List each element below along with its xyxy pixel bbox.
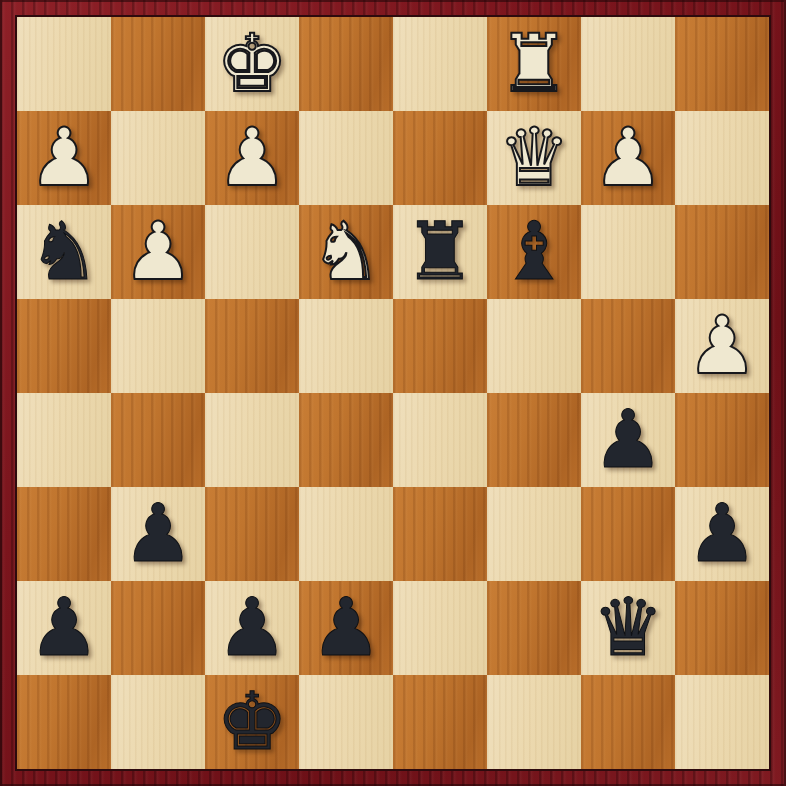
square-a1[interactable] xyxy=(17,675,111,769)
square-d6[interactable]: ♞ xyxy=(299,205,393,299)
square-g8[interactable] xyxy=(581,17,675,111)
square-d2[interactable]: ♟ xyxy=(299,581,393,675)
black-pawn[interactable]: ♟ xyxy=(686,487,758,581)
square-d7[interactable] xyxy=(299,111,393,205)
black-king[interactable]: ♚ xyxy=(216,675,288,769)
square-c3[interactable] xyxy=(205,487,299,581)
chess-board: ♚♜♟♟♛♟♞♟♞♜♝♟♟♟♟♟♟♟♛♚ xyxy=(15,15,771,771)
white-pawn[interactable]: ♟ xyxy=(686,299,758,393)
white-knight[interactable]: ♞ xyxy=(310,205,382,299)
square-h6[interactable] xyxy=(675,205,769,299)
square-a6[interactable]: ♞ xyxy=(17,205,111,299)
white-pawn[interactable]: ♟ xyxy=(592,111,664,205)
square-h7[interactable] xyxy=(675,111,769,205)
black-bishop[interactable]: ♝ xyxy=(498,205,570,299)
square-h5[interactable]: ♟ xyxy=(675,299,769,393)
square-f4[interactable] xyxy=(487,393,581,487)
square-f7[interactable]: ♛ xyxy=(487,111,581,205)
square-a2[interactable]: ♟ xyxy=(17,581,111,675)
square-c4[interactable] xyxy=(205,393,299,487)
square-c2[interactable]: ♟ xyxy=(205,581,299,675)
square-f2[interactable] xyxy=(487,581,581,675)
square-g5[interactable] xyxy=(581,299,675,393)
black-pawn[interactable]: ♟ xyxy=(28,581,100,675)
square-d4[interactable] xyxy=(299,393,393,487)
black-queen[interactable]: ♛ xyxy=(592,581,664,675)
square-a7[interactable]: ♟ xyxy=(17,111,111,205)
square-e2[interactable] xyxy=(393,581,487,675)
square-b7[interactable] xyxy=(111,111,205,205)
square-b8[interactable] xyxy=(111,17,205,111)
square-c5[interactable] xyxy=(205,299,299,393)
black-pawn[interactable]: ♟ xyxy=(122,487,194,581)
square-c8[interactable]: ♚ xyxy=(205,17,299,111)
square-d1[interactable] xyxy=(299,675,393,769)
square-d8[interactable] xyxy=(299,17,393,111)
square-f8[interactable]: ♜ xyxy=(487,17,581,111)
square-b5[interactable] xyxy=(111,299,205,393)
square-f5[interactable] xyxy=(487,299,581,393)
black-pawn[interactable]: ♟ xyxy=(310,581,382,675)
square-h1[interactable] xyxy=(675,675,769,769)
square-e1[interactable] xyxy=(393,675,487,769)
square-e3[interactable] xyxy=(393,487,487,581)
square-a5[interactable] xyxy=(17,299,111,393)
square-b6[interactable]: ♟ xyxy=(111,205,205,299)
white-rook[interactable]: ♜ xyxy=(498,17,570,111)
square-a3[interactable] xyxy=(17,487,111,581)
square-b4[interactable] xyxy=(111,393,205,487)
square-e4[interactable] xyxy=(393,393,487,487)
square-f1[interactable] xyxy=(487,675,581,769)
square-c7[interactable]: ♟ xyxy=(205,111,299,205)
white-pawn[interactable]: ♟ xyxy=(216,111,288,205)
chess-diagram: ♚♜♟♟♛♟♞♟♞♜♝♟♟♟♟♟♟♟♛♚ xyxy=(0,0,786,786)
square-h3[interactable]: ♟ xyxy=(675,487,769,581)
square-f3[interactable] xyxy=(487,487,581,581)
square-g2[interactable]: ♛ xyxy=(581,581,675,675)
square-e8[interactable] xyxy=(393,17,487,111)
square-b3[interactable]: ♟ xyxy=(111,487,205,581)
square-h4[interactable] xyxy=(675,393,769,487)
white-pawn[interactable]: ♟ xyxy=(122,205,194,299)
white-pawn[interactable]: ♟ xyxy=(28,111,100,205)
square-a4[interactable] xyxy=(17,393,111,487)
white-king[interactable]: ♚ xyxy=(216,17,288,111)
black-pawn[interactable]: ♟ xyxy=(592,393,664,487)
white-queen[interactable]: ♛ xyxy=(498,111,570,205)
square-g1[interactable] xyxy=(581,675,675,769)
square-e7[interactable] xyxy=(393,111,487,205)
square-f6[interactable]: ♝ xyxy=(487,205,581,299)
square-a8[interactable] xyxy=(17,17,111,111)
square-g4[interactable]: ♟ xyxy=(581,393,675,487)
square-h2[interactable] xyxy=(675,581,769,675)
square-g7[interactable]: ♟ xyxy=(581,111,675,205)
square-e6[interactable]: ♜ xyxy=(393,205,487,299)
square-g3[interactable] xyxy=(581,487,675,581)
square-d3[interactable] xyxy=(299,487,393,581)
board-frame: ♚♜♟♟♛♟♞♟♞♜♝♟♟♟♟♟♟♟♛♚ xyxy=(0,0,786,786)
square-d5[interactable] xyxy=(299,299,393,393)
square-b1[interactable] xyxy=(111,675,205,769)
square-c1[interactable]: ♚ xyxy=(205,675,299,769)
square-g6[interactable] xyxy=(581,205,675,299)
black-knight[interactable]: ♞ xyxy=(28,205,100,299)
black-rook[interactable]: ♜ xyxy=(404,205,476,299)
black-pawn[interactable]: ♟ xyxy=(216,581,288,675)
square-b2[interactable] xyxy=(111,581,205,675)
square-c6[interactable] xyxy=(205,205,299,299)
square-h8[interactable] xyxy=(675,17,769,111)
square-e5[interactable] xyxy=(393,299,487,393)
